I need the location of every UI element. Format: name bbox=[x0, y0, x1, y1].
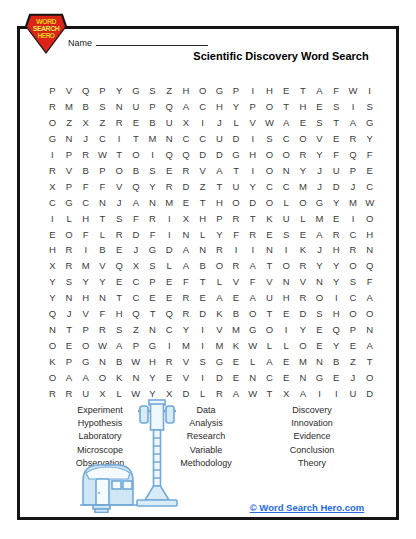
grid-cell-r10c10[interactable]: L bbox=[194, 226, 211, 242]
grid-cell-r1c9[interactable]: H bbox=[178, 83, 195, 99]
grid-cell-r3c7[interactable]: B bbox=[144, 115, 161, 131]
grid-cell-r4c10[interactable]: C bbox=[194, 131, 211, 147]
grid-cell-r15c2[interactable]: J bbox=[61, 306, 78, 322]
grid-cell-r17c9[interactable]: M bbox=[178, 337, 195, 353]
grid-cell-r18c4[interactable]: N bbox=[94, 353, 111, 369]
grid-cell-r15c3[interactable]: V bbox=[77, 306, 94, 322]
grid-cell-r8c13[interactable]: D bbox=[244, 194, 261, 210]
grid-cell-r10c19[interactable]: C bbox=[345, 226, 362, 242]
grid-cell-r4c15[interactable]: C bbox=[278, 131, 295, 147]
grid-cell-r15c5[interactable]: H bbox=[111, 306, 128, 322]
grid-cell-r14c6[interactable]: C bbox=[128, 290, 145, 306]
grid-cell-r6c15[interactable]: N bbox=[278, 162, 295, 178]
grid-cell-r1c1[interactable]: P bbox=[44, 83, 61, 99]
grid-cell-r3c1[interactable]: O bbox=[44, 115, 61, 131]
grid-cell-r6c13[interactable]: I bbox=[244, 162, 261, 178]
grid-cell-r19c15[interactable]: E bbox=[278, 369, 295, 385]
grid-cell-r10c8[interactable]: I bbox=[161, 226, 178, 242]
grid-cell-r6c18[interactable]: U bbox=[328, 162, 345, 178]
grid-cell-r16c14[interactable]: O bbox=[261, 321, 278, 337]
grid-cell-r18c12[interactable]: E bbox=[228, 353, 245, 369]
grid-cell-r7c16[interactable]: M bbox=[295, 178, 312, 194]
grid-cell-r17c11[interactable]: M bbox=[211, 337, 228, 353]
grid-cell-r9c4[interactable]: T bbox=[94, 210, 111, 226]
grid-cell-r3c9[interactable]: X bbox=[178, 115, 195, 131]
grid-cell-r18c10[interactable]: S bbox=[194, 353, 211, 369]
grid-cell-r8c7[interactable]: N bbox=[144, 194, 161, 210]
grid-cell-r4c7[interactable]: M bbox=[144, 131, 161, 147]
grid-cell-r10c14[interactable]: E bbox=[261, 226, 278, 242]
grid-cell-r18c15[interactable]: E bbox=[278, 353, 295, 369]
grid-cell-r13c6[interactable]: C bbox=[128, 274, 145, 290]
grid-cell-r15c10[interactable]: D bbox=[194, 306, 211, 322]
grid-cell-r4c17[interactable]: V bbox=[311, 131, 328, 147]
grid-cell-r19c8[interactable]: E bbox=[161, 369, 178, 385]
grid-cell-r10c9[interactable]: N bbox=[178, 226, 195, 242]
grid-cell-r18c3[interactable]: G bbox=[77, 353, 94, 369]
grid-cell-r1c12[interactable]: P bbox=[228, 83, 245, 99]
grid-cell-r3c13[interactable]: V bbox=[244, 115, 261, 131]
grid-cell-r11c6[interactable]: J bbox=[128, 242, 145, 258]
grid-cell-r13c14[interactable]: V bbox=[261, 274, 278, 290]
grid-cell-r16c1[interactable]: N bbox=[44, 321, 61, 337]
grid-cell-r14c16[interactable]: R bbox=[295, 290, 312, 306]
grid-cell-r20c13[interactable]: W bbox=[244, 385, 261, 401]
grid-cell-r8c15[interactable]: L bbox=[278, 194, 295, 210]
grid-cell-r19c1[interactable]: O bbox=[44, 369, 61, 385]
grid-cell-r15c12[interactable]: B bbox=[228, 306, 245, 322]
grid-cell-r2c10[interactable]: C bbox=[194, 99, 211, 115]
grid-cell-r17c17[interactable]: E bbox=[311, 337, 328, 353]
grid-cell-r5c3[interactable]: R bbox=[77, 147, 94, 163]
grid-cell-r12c16[interactable]: R bbox=[295, 258, 312, 274]
grid-cell-r9c19[interactable]: I bbox=[345, 210, 362, 226]
grid-cell-r12c19[interactable]: O bbox=[345, 258, 362, 274]
grid-cell-r1c17[interactable]: A bbox=[311, 83, 328, 99]
grid-cell-r2c3[interactable]: B bbox=[77, 99, 94, 115]
grid-cell-r10c13[interactable]: R bbox=[244, 226, 261, 242]
grid-cell-r19c3[interactable]: A bbox=[77, 369, 94, 385]
grid-cell-r17c13[interactable]: W bbox=[244, 337, 261, 353]
grid-cell-r1c8[interactable]: Z bbox=[161, 83, 178, 99]
grid-cell-r9c12[interactable]: R bbox=[228, 210, 245, 226]
grid-cell-r10c17[interactable]: A bbox=[311, 226, 328, 242]
grid-cell-r10c12[interactable]: F bbox=[228, 226, 245, 242]
grid-cell-r11c19[interactable]: R bbox=[345, 242, 362, 258]
grid-cell-r6c2[interactable]: V bbox=[61, 162, 78, 178]
grid-cell-r10c4[interactable]: L bbox=[94, 226, 111, 242]
grid-cell-r16c5[interactable]: S bbox=[111, 321, 128, 337]
grid-cell-r19c2[interactable]: A bbox=[61, 369, 78, 385]
grid-cell-r2c15[interactable]: T bbox=[278, 99, 295, 115]
grid-cell-r14c3[interactable]: H bbox=[77, 290, 94, 306]
grid-cell-r2c6[interactable]: U bbox=[128, 99, 145, 115]
grid-cell-r13c10[interactable]: T bbox=[194, 274, 211, 290]
grid-cell-r5c8[interactable]: Q bbox=[161, 147, 178, 163]
grid-cell-r15c13[interactable]: O bbox=[244, 306, 261, 322]
grid-cell-r14c13[interactable]: A bbox=[244, 290, 261, 306]
grid-cell-r2c2[interactable]: M bbox=[61, 99, 78, 115]
grid-cell-r5c20[interactable]: F bbox=[361, 147, 378, 163]
grid-cell-r12c6[interactable]: X bbox=[128, 258, 145, 274]
grid-cell-r3c10[interactable]: I bbox=[194, 115, 211, 131]
grid-cell-r10c1[interactable]: E bbox=[44, 226, 61, 242]
grid-cell-r13c11[interactable]: L bbox=[211, 274, 228, 290]
grid-cell-r5c5[interactable]: T bbox=[111, 147, 128, 163]
grid-cell-r14c4[interactable]: N bbox=[94, 290, 111, 306]
grid-cell-r3c18[interactable]: T bbox=[328, 115, 345, 131]
grid-cell-r11c16[interactable]: K bbox=[295, 242, 312, 258]
grid-cell-r7c17[interactable]: J bbox=[311, 178, 328, 194]
grid-cell-r12c1[interactable]: X bbox=[44, 258, 61, 274]
grid-cell-r14c19[interactable]: C bbox=[345, 290, 362, 306]
grid-cell-r2c18[interactable]: S bbox=[328, 99, 345, 115]
grid-cell-r5c12[interactable]: G bbox=[228, 147, 245, 163]
grid-cell-r7c7[interactable]: Y bbox=[144, 178, 161, 194]
grid-cell-r4c3[interactable]: J bbox=[77, 131, 94, 147]
grid-cell-r6c16[interactable]: Y bbox=[295, 162, 312, 178]
grid-cell-r5c13[interactable]: H bbox=[244, 147, 261, 163]
grid-cell-r9c7[interactable]: R bbox=[144, 210, 161, 226]
grid-cell-r11c5[interactable]: E bbox=[111, 242, 128, 258]
grid-cell-r12c9[interactable]: A bbox=[178, 258, 195, 274]
grid-cell-r11c13[interactable]: I bbox=[244, 242, 261, 258]
grid-cell-r19c7[interactable]: Y bbox=[144, 369, 161, 385]
grid-cell-r16c13[interactable]: G bbox=[244, 321, 261, 337]
grid-cell-r20c2[interactable]: R bbox=[61, 385, 78, 401]
grid-cell-r9c10[interactable]: H bbox=[194, 210, 211, 226]
grid-cell-r6c3[interactable]: B bbox=[77, 162, 94, 178]
grid-cell-r2c14[interactable]: O bbox=[261, 99, 278, 115]
grid-cell-r8c3[interactable]: C bbox=[77, 194, 94, 210]
grid-cell-r5c16[interactable]: R bbox=[295, 147, 312, 163]
grid-cell-r5c14[interactable]: O bbox=[261, 147, 278, 163]
grid-cell-r5c9[interactable]: Q bbox=[178, 147, 195, 163]
grid-cell-r9c5[interactable]: S bbox=[111, 210, 128, 226]
grid-cell-r8c20[interactable]: W bbox=[361, 194, 378, 210]
grid-cell-r16c16[interactable]: Y bbox=[295, 321, 312, 337]
grid-cell-r5c15[interactable]: O bbox=[278, 147, 295, 163]
grid-cell-r16c20[interactable]: N bbox=[361, 321, 378, 337]
grid-cell-r19c17[interactable]: G bbox=[311, 369, 328, 385]
grid-cell-r7c3[interactable]: F bbox=[77, 178, 94, 194]
grid-cell-r7c4[interactable]: F bbox=[94, 178, 111, 194]
grid-cell-r10c2[interactable]: O bbox=[61, 226, 78, 242]
grid-cell-r13c20[interactable]: F bbox=[361, 274, 378, 290]
grid-cell-r8c8[interactable]: M bbox=[161, 194, 178, 210]
grid-cell-r8c19[interactable]: M bbox=[345, 194, 362, 210]
grid-cell-r19c16[interactable]: N bbox=[295, 369, 312, 385]
grid-cell-r3c16[interactable]: E bbox=[295, 115, 312, 131]
grid-cell-r20c20[interactable]: D bbox=[361, 385, 378, 401]
grid-cell-r10c11[interactable]: Y bbox=[211, 226, 228, 242]
grid-cell-r7c5[interactable]: V bbox=[111, 178, 128, 194]
grid-cell-r12c12[interactable]: R bbox=[228, 258, 245, 274]
grid-cell-r12c3[interactable]: M bbox=[77, 258, 94, 274]
grid-cell-r11c14[interactable]: N bbox=[261, 242, 278, 258]
grid-cell-r15c20[interactable]: O bbox=[361, 306, 378, 322]
grid-cell-r16c11[interactable]: V bbox=[211, 321, 228, 337]
grid-cell-r11c20[interactable]: N bbox=[361, 242, 378, 258]
grid-cell-r1c20[interactable]: I bbox=[361, 83, 378, 99]
grid-cell-r20c19[interactable]: U bbox=[345, 385, 362, 401]
grid-cell-r16c7[interactable]: N bbox=[144, 321, 161, 337]
grid-cell-r8c10[interactable]: T bbox=[194, 194, 211, 210]
grid-cell-r8c4[interactable]: N bbox=[94, 194, 111, 210]
grid-cell-r1c4[interactable]: P bbox=[94, 83, 111, 99]
grid-cell-r10c3[interactable]: F bbox=[77, 226, 94, 242]
grid-cell-r13c16[interactable]: V bbox=[295, 274, 312, 290]
grid-cell-r3c14[interactable]: W bbox=[261, 115, 278, 131]
grid-cell-r18c1[interactable]: K bbox=[44, 353, 61, 369]
grid-cell-r19c10[interactable]: I bbox=[194, 369, 211, 385]
grid-cell-r18c6[interactable]: W bbox=[128, 353, 145, 369]
grid-cell-r10c5[interactable]: R bbox=[111, 226, 128, 242]
grid-cell-r5c11[interactable]: D bbox=[211, 147, 228, 163]
grid-cell-r4c8[interactable]: N bbox=[161, 131, 178, 147]
grid-cell-r6c20[interactable]: E bbox=[361, 162, 378, 178]
grid-cell-r17c10[interactable]: I bbox=[194, 337, 211, 353]
grid-cell-r2c12[interactable]: Y bbox=[228, 99, 245, 115]
grid-cell-r9c3[interactable]: H bbox=[77, 210, 94, 226]
grid-cell-r9c20[interactable]: O bbox=[361, 210, 378, 226]
grid-cell-r9c2[interactable]: L bbox=[61, 210, 78, 226]
grid-cell-r11c15[interactable]: I bbox=[278, 242, 295, 258]
grid-cell-r18c2[interactable]: P bbox=[61, 353, 78, 369]
grid-cell-r14c1[interactable]: Y bbox=[44, 290, 61, 306]
grid-cell-r12c18[interactable]: Y bbox=[328, 258, 345, 274]
grid-cell-r10c6[interactable]: D bbox=[128, 226, 145, 242]
grid-cell-r7c15[interactable]: C bbox=[278, 178, 295, 194]
grid-cell-r13c9[interactable]: F bbox=[178, 274, 195, 290]
grid-cell-r5c7[interactable]: I bbox=[144, 147, 161, 163]
grid-cell-r14c18[interactable]: I bbox=[328, 290, 345, 306]
grid-cell-r4c18[interactable]: E bbox=[328, 131, 345, 147]
grid-cell-r16c8[interactable]: C bbox=[161, 321, 178, 337]
grid-cell-r16c15[interactable]: I bbox=[278, 321, 295, 337]
grid-cell-r15c6[interactable]: Q bbox=[128, 306, 145, 322]
grid-cell-r8c11[interactable]: H bbox=[211, 194, 228, 210]
grid-cell-r16c17[interactable]: E bbox=[311, 321, 328, 337]
grid-cell-r3c12[interactable]: L bbox=[228, 115, 245, 131]
grid-cell-r9c8[interactable]: I bbox=[161, 210, 178, 226]
grid-cell-r2c20[interactable]: S bbox=[361, 99, 378, 115]
grid-cell-r18c19[interactable]: Z bbox=[345, 353, 362, 369]
grid-cell-r17c20[interactable]: A bbox=[361, 337, 378, 353]
grid-cell-r3c4[interactable]: Z bbox=[94, 115, 111, 131]
grid-cell-r11c8[interactable]: D bbox=[161, 242, 178, 258]
grid-cell-r16c19[interactable]: P bbox=[345, 321, 362, 337]
grid-cell-r5c18[interactable]: F bbox=[328, 147, 345, 163]
grid-cell-r6c1[interactable]: R bbox=[44, 162, 61, 178]
grid-cell-r7c1[interactable]: X bbox=[44, 178, 61, 194]
grid-cell-r8c16[interactable]: O bbox=[295, 194, 312, 210]
grid-cell-r2c13[interactable]: P bbox=[244, 99, 261, 115]
grid-cell-r19c13[interactable]: N bbox=[244, 369, 261, 385]
grid-cell-r4c5[interactable]: I bbox=[111, 131, 128, 147]
grid-cell-r17c5[interactable]: A bbox=[111, 337, 128, 353]
grid-cell-r17c3[interactable]: O bbox=[77, 337, 94, 353]
grid-cell-r7c10[interactable]: Z bbox=[194, 178, 211, 194]
grid-cell-r13c2[interactable]: S bbox=[61, 274, 78, 290]
grid-cell-r14c8[interactable]: E bbox=[161, 290, 178, 306]
grid-cell-r5c2[interactable]: P bbox=[61, 147, 78, 163]
grid-cell-r20c17[interactable]: I bbox=[311, 385, 328, 401]
grid-cell-r19c18[interactable]: E bbox=[328, 369, 345, 385]
grid-cell-r16c6[interactable]: Z bbox=[128, 321, 145, 337]
grid-cell-r19c6[interactable]: N bbox=[128, 369, 145, 385]
grid-cell-r20c1[interactable]: R bbox=[44, 385, 61, 401]
grid-cell-r7c8[interactable]: R bbox=[161, 178, 178, 194]
grid-cell-r17c15[interactable]: L bbox=[278, 337, 295, 353]
grid-cell-r6c8[interactable]: E bbox=[161, 162, 178, 178]
grid-cell-r1c10[interactable]: O bbox=[194, 83, 211, 99]
grid-cell-r6c6[interactable]: B bbox=[128, 162, 145, 178]
grid-cell-r14c20[interactable]: A bbox=[361, 290, 378, 306]
grid-cell-r12c17[interactable]: Y bbox=[311, 258, 328, 274]
grid-cell-r3c15[interactable]: A bbox=[278, 115, 295, 131]
grid-cell-r9c1[interactable]: I bbox=[44, 210, 61, 226]
grid-cell-r17c1[interactable]: O bbox=[44, 337, 61, 353]
grid-cell-r15c16[interactable]: D bbox=[295, 306, 312, 322]
grid-cell-r3c19[interactable]: A bbox=[345, 115, 362, 131]
grid-cell-r2c11[interactable]: H bbox=[211, 99, 228, 115]
grid-cell-r1c15[interactable]: E bbox=[278, 83, 295, 99]
grid-cell-r6c10[interactable]: V bbox=[194, 162, 211, 178]
grid-cell-r8c1[interactable]: C bbox=[44, 194, 61, 210]
grid-cell-r2c17[interactable]: E bbox=[311, 99, 328, 115]
grid-cell-r15c8[interactable]: Q bbox=[161, 306, 178, 322]
grid-cell-r3c20[interactable]: G bbox=[361, 115, 378, 131]
grid-cell-r7c18[interactable]: D bbox=[328, 178, 345, 194]
grid-cell-r13c8[interactable]: E bbox=[161, 274, 178, 290]
grid-cell-r2c7[interactable]: P bbox=[144, 99, 161, 115]
grid-cell-r7c20[interactable]: C bbox=[361, 178, 378, 194]
grid-cell-r4c12[interactable]: D bbox=[228, 131, 245, 147]
grid-cell-r12c7[interactable]: S bbox=[144, 258, 161, 274]
grid-cell-r10c15[interactable]: S bbox=[278, 226, 295, 242]
grid-cell-r16c9[interactable]: Y bbox=[178, 321, 195, 337]
grid-cell-r2c16[interactable]: H bbox=[295, 99, 312, 115]
grid-cell-r13c1[interactable]: Y bbox=[44, 274, 61, 290]
grid-cell-r18c20[interactable]: T bbox=[361, 353, 378, 369]
grid-cell-r13c12[interactable]: V bbox=[228, 274, 245, 290]
grid-cell-r20c12[interactable]: A bbox=[228, 385, 245, 401]
grid-cell-r5c10[interactable]: D bbox=[194, 147, 211, 163]
grid-cell-r6c17[interactable]: J bbox=[311, 162, 328, 178]
grid-cell-r12c11[interactable]: O bbox=[211, 258, 228, 274]
grid-cell-r4c4[interactable]: C bbox=[94, 131, 111, 147]
grid-cell-r3c3[interactable]: X bbox=[77, 115, 94, 131]
grid-cell-r15c17[interactable]: S bbox=[311, 306, 328, 322]
grid-cell-r7c9[interactable]: D bbox=[178, 178, 195, 194]
grid-cell-r8c14[interactable]: O bbox=[261, 194, 278, 210]
grid-cell-r3c11[interactable]: J bbox=[211, 115, 228, 131]
grid-cell-r17c19[interactable]: E bbox=[345, 337, 362, 353]
grid-cell-r4c16[interactable]: O bbox=[295, 131, 312, 147]
grid-cell-r3c8[interactable]: U bbox=[161, 115, 178, 131]
grid-cell-r9c6[interactable]: F bbox=[128, 210, 145, 226]
grid-cell-r16c2[interactable]: T bbox=[61, 321, 78, 337]
grid-cell-r19c4[interactable]: O bbox=[94, 369, 111, 385]
grid-cell-r6c5[interactable]: O bbox=[111, 162, 128, 178]
grid-cell-r4c6[interactable]: T bbox=[128, 131, 145, 147]
grid-cell-r13c5[interactable]: E bbox=[111, 274, 128, 290]
grid-cell-r7c6[interactable]: Q bbox=[128, 178, 145, 194]
grid-cell-r11c10[interactable]: N bbox=[194, 242, 211, 258]
grid-cell-r9c17[interactable]: M bbox=[311, 210, 328, 226]
grid-cell-r14c9[interactable]: R bbox=[178, 290, 195, 306]
grid-cell-r11c18[interactable]: H bbox=[328, 242, 345, 258]
grid-cell-r4c19[interactable]: R bbox=[345, 131, 362, 147]
grid-cell-r19c19[interactable]: J bbox=[345, 369, 362, 385]
grid-cell-r8c12[interactable]: O bbox=[228, 194, 245, 210]
grid-cell-r16c18[interactable]: Q bbox=[328, 321, 345, 337]
grid-cell-r14c7[interactable]: E bbox=[144, 290, 161, 306]
grid-cell-r8c6[interactable]: A bbox=[128, 194, 145, 210]
grid-cell-r17c8[interactable]: I bbox=[161, 337, 178, 353]
grid-cell-r3c2[interactable]: Z bbox=[61, 115, 78, 131]
grid-cell-r6c7[interactable]: S bbox=[144, 162, 161, 178]
grid-cell-r9c18[interactable]: E bbox=[328, 210, 345, 226]
grid-cell-r1c3[interactable]: Q bbox=[77, 83, 94, 99]
grid-cell-r9c16[interactable]: L bbox=[295, 210, 312, 226]
grid-cell-r11c7[interactable]: G bbox=[144, 242, 161, 258]
grid-cell-r16c10[interactable]: I bbox=[194, 321, 211, 337]
grid-cell-r13c3[interactable]: Y bbox=[77, 274, 94, 290]
grid-cell-r18c18[interactable]: B bbox=[328, 353, 345, 369]
grid-cell-r2c19[interactable]: I bbox=[345, 99, 362, 115]
grid-cell-r20c10[interactable]: L bbox=[194, 385, 211, 401]
grid-cell-r5c4[interactable]: W bbox=[94, 147, 111, 163]
grid-cell-r12c5[interactable]: Q bbox=[111, 258, 128, 274]
grid-cell-r15c15[interactable]: E bbox=[278, 306, 295, 322]
grid-cell-r12c14[interactable]: T bbox=[261, 258, 278, 274]
grid-cell-r9c14[interactable]: K bbox=[261, 210, 278, 226]
grid-cell-r16c4[interactable]: R bbox=[94, 321, 111, 337]
grid-cell-r20c14[interactable]: T bbox=[261, 385, 278, 401]
grid-cell-r7c13[interactable]: Y bbox=[244, 178, 261, 194]
grid-cell-r13c19[interactable]: S bbox=[345, 274, 362, 290]
grid-cell-r1c6[interactable]: G bbox=[128, 83, 145, 99]
grid-cell-r9c13[interactable]: T bbox=[244, 210, 261, 226]
grid-cell-r1c14[interactable]: H bbox=[261, 83, 278, 99]
grid-cell-r19c5[interactable]: K bbox=[111, 369, 128, 385]
grid-cell-r13c7[interactable]: P bbox=[144, 274, 161, 290]
grid-cell-r18c16[interactable]: M bbox=[295, 353, 312, 369]
grid-cell-r17c18[interactable]: Y bbox=[328, 337, 345, 353]
grid-cell-r17c14[interactable]: L bbox=[261, 337, 278, 353]
grid-cell-r17c12[interactable]: K bbox=[228, 337, 245, 353]
grid-cell-r19c11[interactable]: D bbox=[211, 369, 228, 385]
grid-cell-r11c11[interactable]: R bbox=[211, 242, 228, 258]
grid-cell-r6c9[interactable]: R bbox=[178, 162, 195, 178]
grid-cell-r18c17[interactable]: N bbox=[311, 353, 328, 369]
grid-cell-r12c15[interactable]: O bbox=[278, 258, 295, 274]
grid-cell-r17c4[interactable]: W bbox=[94, 337, 111, 353]
grid-cell-r4c14[interactable]: S bbox=[261, 131, 278, 147]
grid-cell-r12c20[interactable]: Q bbox=[361, 258, 378, 274]
grid-cell-r14c17[interactable]: O bbox=[311, 290, 328, 306]
grid-cell-r12c2[interactable]: R bbox=[61, 258, 78, 274]
grid-cell-r12c8[interactable]: L bbox=[161, 258, 178, 274]
grid-cell-r4c9[interactable]: C bbox=[178, 131, 195, 147]
grid-cell-r20c15[interactable]: X bbox=[278, 385, 295, 401]
grid-cell-r10c7[interactable]: F bbox=[144, 226, 161, 242]
grid-cell-r15c11[interactable]: K bbox=[211, 306, 228, 322]
grid-cell-r12c4[interactable]: V bbox=[94, 258, 111, 274]
grid-cell-r20c11[interactable]: R bbox=[211, 385, 228, 401]
